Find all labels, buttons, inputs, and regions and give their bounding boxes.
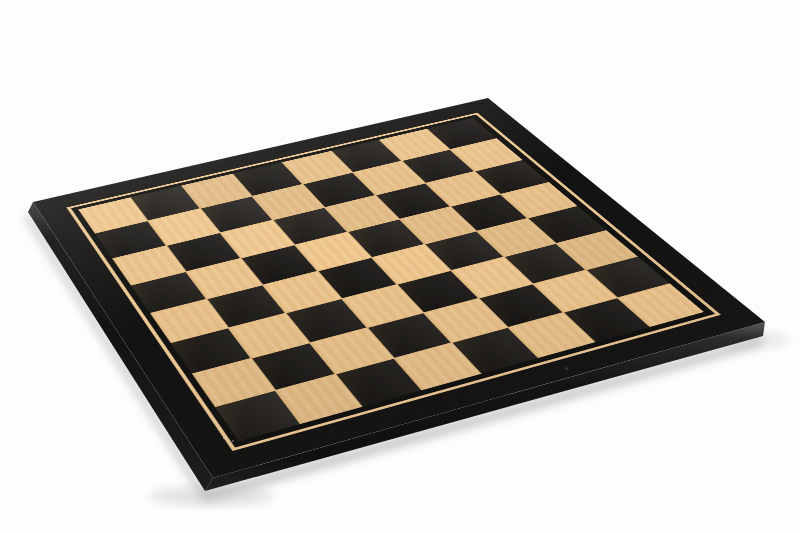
chessboard-photo <box>0 0 800 533</box>
